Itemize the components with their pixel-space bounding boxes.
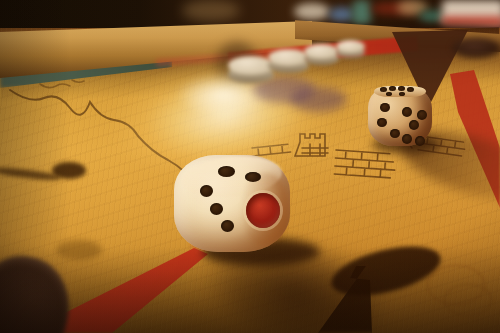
ring-stain-2 (443, 283, 493, 317)
far-die (368, 86, 432, 146)
far-die-top-pip (380, 87, 387, 92)
far-die-top-pip (389, 86, 396, 91)
near-die-right-pip (246, 193, 280, 228)
white-checker (336, 40, 365, 58)
dark-checker (452, 38, 500, 58)
photo-stage (0, 0, 500, 333)
white-checker (304, 44, 339, 65)
far-die-right-pip (417, 110, 427, 120)
near-die-top-pip (245, 172, 261, 182)
far-die-left-pip (380, 103, 390, 112)
far-die-top-pip (399, 92, 405, 96)
far-die-right-pip (415, 136, 425, 146)
near-die-left-pip (200, 185, 213, 197)
map-scribble (40, 80, 84, 88)
near-die-left-pip (221, 220, 234, 232)
purple-ink-stain-2 (290, 87, 347, 112)
far-die-right-pip (402, 134, 412, 144)
far-die-top-pip (386, 92, 392, 96)
far-die-top-pip (407, 87, 414, 92)
brick-wall-sketch-b (334, 150, 396, 178)
near-die (174, 155, 290, 252)
far-die-left-pip (390, 129, 400, 138)
far-die-left-pip (377, 118, 387, 127)
checker-top (304, 44, 339, 59)
far-die-right-pip (409, 120, 419, 130)
near-die-left-pip (210, 203, 223, 215)
checker-top (336, 40, 365, 53)
white-checker (268, 49, 309, 73)
far-die-right-pip (402, 107, 412, 117)
near-die-top-pip (218, 166, 235, 177)
far-die-top-pip (398, 86, 405, 91)
